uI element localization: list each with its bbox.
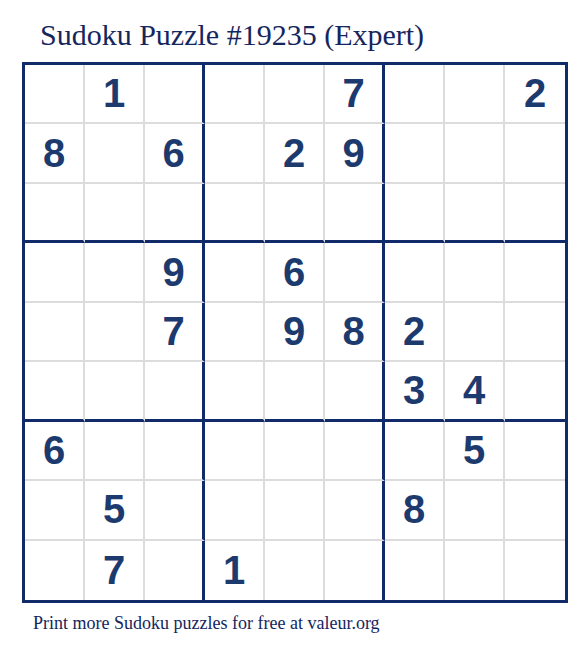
cell-r3c5[interactable]	[265, 184, 325, 243]
cell-r2c8[interactable]	[445, 124, 505, 183]
cell-r5c6[interactable]: 8	[325, 303, 385, 362]
cell-r2c2[interactable]	[85, 124, 145, 183]
cell-r2c1[interactable]: 8	[25, 124, 85, 183]
cell-r1c5[interactable]	[265, 65, 325, 124]
cell-r7c9[interactable]	[505, 422, 565, 481]
cell-r4c7[interactable]	[385, 243, 445, 302]
cell-r4c9[interactable]	[505, 243, 565, 302]
cell-r9c4[interactable]: 1	[205, 541, 265, 600]
cell-r9c1[interactable]	[25, 541, 85, 600]
cell-r1c9[interactable]: 2	[505, 65, 565, 124]
cell-r2c7[interactable]	[385, 124, 445, 183]
cell-r3c6[interactable]	[325, 184, 385, 243]
cell-r8c8[interactable]	[445, 481, 505, 540]
cell-r1c2[interactable]: 1	[85, 65, 145, 124]
cell-r4c4[interactable]	[205, 243, 265, 302]
cell-r3c2[interactable]	[85, 184, 145, 243]
cell-r7c3[interactable]	[145, 422, 205, 481]
cell-r6c7[interactable]: 3	[385, 362, 445, 421]
cell-r8c5[interactable]	[265, 481, 325, 540]
cell-r8c2[interactable]: 5	[85, 481, 145, 540]
cell-r6c6[interactable]	[325, 362, 385, 421]
cell-r6c3[interactable]	[145, 362, 205, 421]
cell-r7c6[interactable]	[325, 422, 385, 481]
cell-r5c1[interactable]	[25, 303, 85, 362]
cell-r6c1[interactable]	[25, 362, 85, 421]
cell-r4c5[interactable]: 6	[265, 243, 325, 302]
cell-r5c2[interactable]	[85, 303, 145, 362]
cell-r2c9[interactable]	[505, 124, 565, 183]
cell-r6c4[interactable]	[205, 362, 265, 421]
footer-credit: Print more Sudoku puzzles for free at va…	[33, 611, 380, 635]
cell-r4c3[interactable]: 9	[145, 243, 205, 302]
cell-r5c8[interactable]	[445, 303, 505, 362]
cell-r3c8[interactable]	[445, 184, 505, 243]
cell-r9c7[interactable]	[385, 541, 445, 600]
cell-r1c8[interactable]	[445, 65, 505, 124]
cell-r7c4[interactable]	[205, 422, 265, 481]
cell-r4c6[interactable]	[325, 243, 385, 302]
cell-r1c7[interactable]	[385, 65, 445, 124]
cell-r8c1[interactable]	[25, 481, 85, 540]
cell-r6c2[interactable]	[85, 362, 145, 421]
cell-r8c6[interactable]	[325, 481, 385, 540]
cell-r4c1[interactable]	[25, 243, 85, 302]
cell-r7c8[interactable]: 5	[445, 422, 505, 481]
cell-r8c4[interactable]	[205, 481, 265, 540]
page-title: Sudoku Puzzle #19235 (Expert)	[40, 16, 424, 54]
cell-r1c3[interactable]	[145, 65, 205, 124]
cell-r6c8[interactable]: 4	[445, 362, 505, 421]
cell-r1c4[interactable]	[205, 65, 265, 124]
cell-r2c6[interactable]: 9	[325, 124, 385, 183]
cell-r8c3[interactable]	[145, 481, 205, 540]
cell-r9c5[interactable]	[265, 541, 325, 600]
cell-r2c4[interactable]	[205, 124, 265, 183]
cell-r9c9[interactable]	[505, 541, 565, 600]
cell-r3c1[interactable]	[25, 184, 85, 243]
cell-r7c2[interactable]	[85, 422, 145, 481]
cell-r8c7[interactable]: 8	[385, 481, 445, 540]
cell-r6c9[interactable]	[505, 362, 565, 421]
cell-r7c1[interactable]: 6	[25, 422, 85, 481]
cell-r5c4[interactable]	[205, 303, 265, 362]
cell-r3c3[interactable]	[145, 184, 205, 243]
cell-r4c2[interactable]	[85, 243, 145, 302]
cell-r5c7[interactable]: 2	[385, 303, 445, 362]
cell-r4c8[interactable]	[445, 243, 505, 302]
cell-r5c3[interactable]: 7	[145, 303, 205, 362]
cell-r1c6[interactable]: 7	[325, 65, 385, 124]
cell-r7c5[interactable]	[265, 422, 325, 481]
cell-r5c5[interactable]: 9	[265, 303, 325, 362]
cell-r3c9[interactable]	[505, 184, 565, 243]
cell-r2c5[interactable]: 2	[265, 124, 325, 183]
cell-r3c4[interactable]	[205, 184, 265, 243]
cell-r9c3[interactable]	[145, 541, 205, 600]
sudoku-grid: 172862996798234655871	[22, 62, 568, 603]
cell-r6c5[interactable]	[265, 362, 325, 421]
cell-r1c1[interactable]	[25, 65, 85, 124]
cell-r9c8[interactable]	[445, 541, 505, 600]
cell-r5c9[interactable]	[505, 303, 565, 362]
cell-r9c2[interactable]: 7	[85, 541, 145, 600]
cell-r7c7[interactable]	[385, 422, 445, 481]
cell-r3c7[interactable]	[385, 184, 445, 243]
cell-r9c6[interactable]	[325, 541, 385, 600]
cell-r2c3[interactable]: 6	[145, 124, 205, 183]
cell-r8c9[interactable]	[505, 481, 565, 540]
sudoku-page: Sudoku Puzzle #19235 (Expert) 1728629967…	[0, 0, 580, 651]
